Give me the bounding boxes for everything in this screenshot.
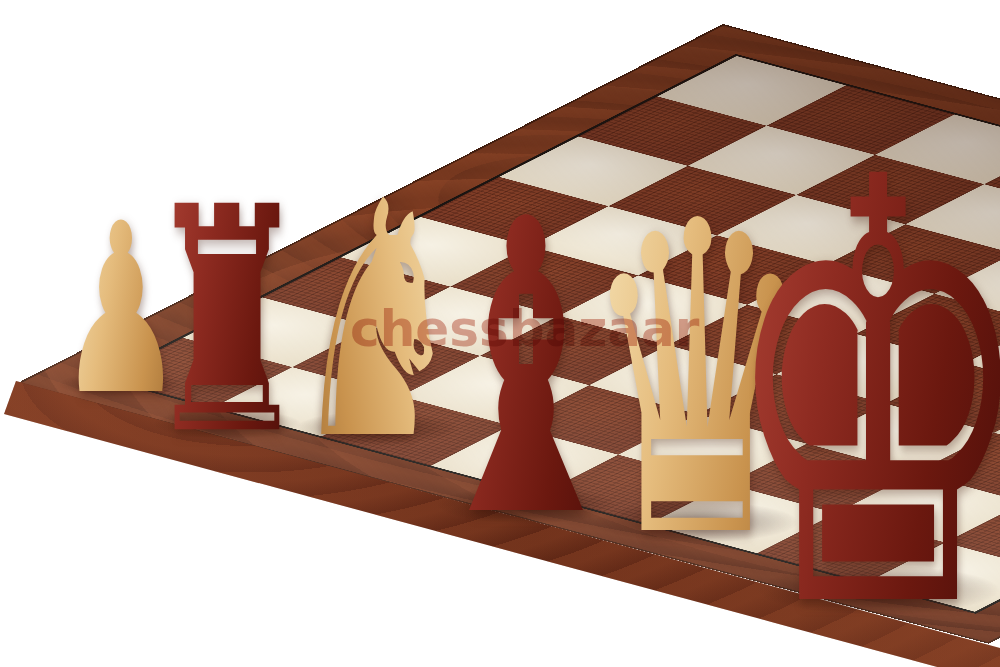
piece-king-dark: ♚ bbox=[721, 104, 1000, 667]
piece-rook-dark: ♜ bbox=[144, 167, 311, 477]
product-photo: ♟♜♞♝♛♚ chessbazaar bbox=[0, 0, 1000, 667]
